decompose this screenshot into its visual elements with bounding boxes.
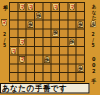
- cell-61[interactable]: [35, 3, 42, 11]
- cell-15[interactable]: [77, 38, 84, 46]
- cell-28[interactable]: [68, 64, 75, 72]
- cell-65[interactable]: [35, 38, 42, 46]
- cell-23[interactable]: [68, 21, 75, 29]
- cell-88[interactable]: [18, 64, 25, 72]
- cell-26[interactable]: [68, 47, 75, 55]
- cell-11[interactable]: [77, 3, 84, 11]
- cell-74[interactable]: [27, 29, 34, 37]
- opponent-score: 2/5: [2, 32, 7, 49]
- shogi-piece-opponent[interactable]: と: [19, 38, 26, 45]
- cell-45[interactable]: [52, 38, 59, 46]
- cell-37[interactable]: [60, 56, 67, 64]
- cell-73[interactable]: 歩: [27, 21, 34, 29]
- cell-33[interactable]: [60, 21, 67, 29]
- cell-63[interactable]: [35, 21, 42, 29]
- cell-98[interactable]: [10, 64, 17, 72]
- cell-75[interactable]: [27, 38, 34, 46]
- player-score: 2/5: [91, 32, 96, 49]
- cell-48[interactable]: [52, 64, 59, 72]
- cell-22[interactable]: [68, 12, 75, 20]
- cell-27[interactable]: [68, 56, 75, 64]
- cell-71[interactable]: と: [27, 3, 34, 11]
- opponent-piece-icon: と: [1, 19, 8, 27]
- cell-72[interactable]: [27, 12, 34, 20]
- cell-39[interactable]: [60, 73, 67, 81]
- cell-34[interactable]: [60, 29, 67, 37]
- cell-29[interactable]: [68, 73, 75, 81]
- opponent-tray: と: [1, 19, 8, 27]
- player-label: あなた: [91, 2, 98, 18]
- shogi-piece-player[interactable]: 歩: [52, 30, 59, 37]
- cell-84[interactable]: [18, 29, 25, 37]
- cell-55[interactable]: [43, 38, 50, 46]
- shogi-piece-opponent[interactable]: と: [27, 3, 34, 10]
- cell-35[interactable]: [60, 38, 67, 46]
- cell-64[interactable]: [35, 29, 42, 37]
- shogi-piece-opponent[interactable]: と: [10, 47, 17, 54]
- cell-83[interactable]: [18, 21, 25, 29]
- cell-92[interactable]: [10, 12, 17, 20]
- cell-69[interactable]: [35, 73, 42, 81]
- cell-78[interactable]: [27, 64, 34, 72]
- cell-99[interactable]: [10, 73, 17, 81]
- shogi-piece-player[interactable]: 歩: [27, 21, 34, 28]
- cell-97[interactable]: [10, 56, 17, 64]
- cell-94[interactable]: [10, 29, 17, 37]
- game-screen: 相手 と 2/5 とととと歩歩歩歩と歩とと歩歩 あなた 歩 2/5 002手 あ…: [0, 0, 100, 95]
- shogi-board[interactable]: とととと歩歩歩歩と歩とと歩歩: [9, 2, 85, 82]
- cell-52[interactable]: [43, 12, 50, 20]
- cell-49[interactable]: [52, 73, 59, 81]
- shogi-piece-player[interactable]: 歩: [77, 21, 84, 28]
- cell-62[interactable]: 歩: [35, 12, 42, 20]
- cell-57[interactable]: 歩: [43, 56, 50, 64]
- shogi-piece-opponent[interactable]: と: [52, 3, 59, 10]
- player-tray: 歩: [90, 20, 97, 28]
- status-bar: あなたの手番です: [0, 83, 90, 94]
- shogi-piece-player[interactable]: 歩: [35, 12, 42, 19]
- cell-86[interactable]: [18, 47, 25, 55]
- cell-19[interactable]: [77, 73, 84, 81]
- cell-59[interactable]: [43, 73, 50, 81]
- cell-32[interactable]: [60, 12, 67, 20]
- cell-43[interactable]: [52, 21, 59, 29]
- cell-16[interactable]: [77, 47, 84, 55]
- cell-87[interactable]: と: [18, 56, 25, 64]
- cell-17[interactable]: [77, 56, 84, 64]
- shogi-piece-opponent[interactable]: と: [69, 3, 76, 10]
- cell-51[interactable]: [43, 3, 50, 11]
- cell-44[interactable]: 歩: [52, 29, 59, 37]
- cell-46[interactable]: [52, 47, 59, 55]
- shogi-piece-player[interactable]: 歩: [44, 56, 51, 63]
- cell-68[interactable]: [35, 64, 42, 72]
- cell-12[interactable]: [77, 12, 84, 20]
- cell-85[interactable]: と: [18, 38, 25, 46]
- cell-41[interactable]: と: [52, 3, 59, 11]
- cell-76[interactable]: [27, 47, 34, 55]
- cell-67[interactable]: [35, 56, 42, 64]
- cell-21[interactable]: と: [68, 3, 75, 11]
- cell-42[interactable]: [52, 12, 59, 20]
- shogi-piece-opponent[interactable]: と: [19, 3, 26, 10]
- cell-38[interactable]: [60, 64, 67, 72]
- cell-79[interactable]: [27, 73, 34, 81]
- shogi-piece-player[interactable]: 歩: [69, 38, 76, 45]
- player-piece-icon: 歩: [90, 20, 97, 28]
- cell-77[interactable]: [27, 56, 34, 64]
- cell-66[interactable]: [35, 47, 42, 55]
- cell-31[interactable]: [60, 3, 67, 11]
- cell-13[interactable]: 歩: [77, 21, 84, 29]
- cell-93[interactable]: [10, 21, 17, 29]
- cell-18[interactable]: 歩: [77, 64, 84, 72]
- shogi-piece-opponent[interactable]: と: [19, 56, 26, 63]
- cell-56[interactable]: [43, 47, 50, 55]
- cell-96[interactable]: と: [10, 47, 17, 55]
- cell-36[interactable]: [60, 47, 67, 55]
- cell-58[interactable]: [43, 64, 50, 72]
- cell-47[interactable]: [52, 56, 59, 64]
- cell-95[interactable]: [10, 38, 17, 46]
- cell-82[interactable]: [18, 12, 25, 20]
- cell-89[interactable]: [18, 73, 25, 81]
- cell-24[interactable]: [68, 29, 75, 37]
- cell-91[interactable]: [10, 3, 17, 11]
- move-counter: 002手: [90, 56, 97, 75]
- cell-53[interactable]: [43, 21, 50, 29]
- shogi-piece-player[interactable]: 歩: [77, 65, 84, 72]
- cell-54[interactable]: [43, 29, 50, 37]
- cell-81[interactable]: と: [18, 3, 25, 11]
- status-message: あなたの手番です: [1, 83, 67, 93]
- cell-25[interactable]: 歩: [68, 38, 75, 46]
- opponent-label: 相手: [2, 2, 9, 3]
- cell-14[interactable]: [77, 29, 84, 37]
